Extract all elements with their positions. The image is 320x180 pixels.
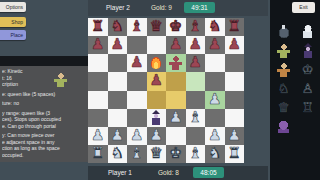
- player1-gold: Gold: 8: [158, 169, 179, 176]
- square-d1[interactable]: ♛: [147, 145, 167, 163]
- red-pawn: ♟: [111, 36, 124, 52]
- white-bishop: ♝: [189, 109, 202, 125]
- white-king: ♚: [169, 145, 182, 161]
- bomb-sprite: [278, 25, 290, 38]
- square-a5[interactable]: [88, 72, 108, 90]
- options-button[interactable]: Options: [0, 2, 26, 12]
- square-h3[interactable]: [225, 109, 245, 127]
- ability-line-4: occupied.: [2, 152, 86, 159]
- white-knight: ♞: [111, 145, 124, 161]
- white-pawn: ♟: [228, 127, 241, 143]
- square-c8[interactable]: ♝: [127, 18, 147, 36]
- square-f8[interactable]: ♝: [186, 18, 206, 36]
- square-h4[interactable]: [225, 91, 245, 109]
- square-c2[interactable]: ♟: [127, 127, 147, 145]
- octopus-icon[interactable]: [276, 119, 291, 134]
- square-b4[interactable]: [108, 91, 128, 109]
- red-pawn: ♟: [130, 54, 143, 70]
- square-e8[interactable]: ♚: [166, 18, 186, 36]
- square-g6[interactable]: [205, 54, 225, 72]
- red-knight: ♞: [111, 18, 124, 34]
- square-f2[interactable]: [186, 127, 206, 145]
- square-d6[interactable]: [147, 54, 167, 72]
- priest-icon[interactable]: [276, 43, 291, 58]
- square-b6[interactable]: [108, 54, 128, 72]
- square-d5[interactable]: ♟: [147, 72, 167, 90]
- square-f7[interactable]: ♟: [186, 36, 206, 54]
- square-d8[interactable]: ♛: [147, 18, 167, 36]
- queen-glyph: ♕: [278, 100, 290, 115]
- square-g7[interactable]: ♟: [205, 36, 225, 54]
- square-b5[interactable]: [108, 72, 128, 90]
- square-c3[interactable]: [127, 109, 147, 127]
- knight-glyph: ♘: [278, 81, 290, 96]
- red-pawn: ♟: [228, 36, 241, 52]
- player2-timer: 49:31: [184, 2, 215, 13]
- square-a6[interactable]: [88, 54, 108, 72]
- white-pawn: ♟: [150, 127, 163, 143]
- priest-sprite: [277, 44, 290, 58]
- move-range-line: e: queen like (5 spaces): [2, 91, 86, 98]
- square-f5[interactable]: [186, 72, 206, 90]
- square-a7[interactable]: ♟: [88, 36, 108, 54]
- square-h7[interactable]: ♟: [225, 36, 245, 54]
- square-b2[interactable]: ♟: [108, 127, 128, 145]
- bomb-icon[interactable]: [276, 24, 291, 39]
- white-queen: ♛: [150, 145, 163, 161]
- white-rook: ♜: [91, 145, 104, 161]
- white-rook: ♜: [228, 145, 241, 161]
- square-e2[interactable]: [166, 127, 186, 145]
- ghost-icon[interactable]: [300, 24, 315, 39]
- square-a8[interactable]: ♜: [88, 18, 108, 36]
- exit-button[interactable]: Exit: [292, 2, 315, 13]
- square-g3[interactable]: [205, 109, 225, 127]
- square-a2[interactable]: ♟: [88, 127, 108, 145]
- witch-icon[interactable]: [300, 43, 315, 58]
- square-h8[interactable]: ♜: [225, 18, 245, 36]
- square-f3[interactable]: ♝: [186, 109, 206, 127]
- square-g2[interactable]: ♟: [205, 127, 225, 145]
- ghost-sprite: [302, 25, 314, 38]
- pawn-icon[interactable]: ♙: [300, 81, 315, 96]
- white-bishop: ♝: [130, 145, 143, 161]
- rook-icon[interactable]: ♖: [300, 100, 315, 115]
- square-h1[interactable]: ♜: [225, 145, 245, 163]
- shop-button[interactable]: Shop: [0, 17, 26, 27]
- fire-piece: [151, 57, 161, 69]
- white-pawn: ♟: [208, 127, 221, 143]
- panel-header: [0, 56, 88, 66]
- white-bishop: ♝: [189, 145, 202, 161]
- white-pawn: ♟: [111, 127, 124, 143]
- player1-label: Player 1: [108, 169, 132, 176]
- pawn-glyph: ♙: [302, 81, 314, 96]
- red-pawn: ♟: [189, 54, 202, 70]
- square-e5[interactable]: [166, 72, 186, 90]
- piece-tray: Exit ♔♘♙♕♖: [270, 0, 320, 180]
- square-e7[interactable]: ♟: [166, 36, 186, 54]
- red-rook: ♜: [228, 18, 241, 34]
- queen-icon[interactable]: ♕: [276, 100, 291, 115]
- warrior-sprite: [277, 63, 290, 77]
- square-h5[interactable]: [225, 72, 245, 90]
- warrior-icon[interactable]: [276, 62, 291, 77]
- square-c5[interactable]: [127, 72, 147, 90]
- square-g1[interactable]: ♞: [205, 145, 225, 163]
- white-pawn: ♟: [208, 91, 221, 107]
- panel-body: e: Kinetic t: 16 cription e: queen like …: [2, 68, 86, 158]
- square-e6[interactable]: [166, 54, 186, 72]
- red-king: ♚: [169, 18, 182, 34]
- red-pawn: ♟: [208, 36, 221, 52]
- player2-label: Player 2: [106, 4, 130, 11]
- square-c7[interactable]: [127, 36, 147, 54]
- player2-gold: Gold: 9: [151, 4, 172, 11]
- octopus-sprite: [277, 120, 290, 133]
- square-g8[interactable]: ♞: [205, 18, 225, 36]
- red-bishop: ♝: [189, 18, 202, 34]
- rook-glyph: ♖: [302, 100, 314, 115]
- board: ♜♞♝♛♚♝♞♜♟♟♟♟♟♟♟♟♟♟♟♝♟♟♟♟♟♟♜♞♝♛♚♝♞♜: [88, 18, 244, 163]
- square-b8[interactable]: ♞: [108, 18, 128, 36]
- square-c4[interactable]: [127, 91, 147, 109]
- square-e3[interactable]: ♟: [166, 109, 186, 127]
- player1-hud: Player 1 Gold: 8 48:05: [88, 166, 268, 180]
- kinetic-piece-icon: [54, 73, 67, 87]
- square-e4[interactable]: [166, 91, 186, 109]
- knight-icon[interactable]: ♘: [276, 81, 291, 96]
- red-pawn: ♟: [150, 72, 163, 88]
- white-pawn: ♟: [130, 127, 143, 143]
- player2-hud: Player 2 Gold: 9 49:31: [88, 0, 268, 16]
- piece-info-panel: e: Kinetic t: 16 cription e: queen like …: [0, 56, 88, 162]
- square-c6[interactable]: ♟: [127, 54, 147, 72]
- square-h6[interactable]: [225, 54, 245, 72]
- game-screen: Options Shop Place e: Kinetic t: 16 crip…: [0, 0, 320, 180]
- square-g5[interactable]: [205, 72, 225, 90]
- square-c1[interactable]: ♝: [127, 145, 147, 163]
- crown-glyph: ♔: [302, 62, 314, 77]
- white-pawn: ♟: [169, 109, 182, 125]
- red-pawn: ♟: [91, 36, 104, 52]
- capture-line: ture: no: [2, 100, 86, 107]
- square-f1[interactable]: ♝: [186, 145, 206, 163]
- fly-range-line-3: e. Can go through portal: [2, 123, 86, 130]
- witch-sprite: [302, 44, 314, 58]
- description-header: cription: [2, 81, 86, 88]
- place-button[interactable]: Place: [0, 30, 26, 40]
- red-knight: ♞: [208, 18, 221, 34]
- square-d7[interactable]: [147, 36, 167, 54]
- square-d4[interactable]: [147, 91, 167, 109]
- golem-piece: [169, 56, 182, 70]
- crown-icon[interactable]: ♔: [300, 62, 315, 77]
- square-b3[interactable]: [108, 109, 128, 127]
- square-a4[interactable]: [88, 91, 108, 109]
- square-g4[interactable]: ♟: [205, 91, 225, 109]
- player1-timer: 48:05: [193, 167, 224, 178]
- square-a3[interactable]: [88, 109, 108, 127]
- square-d2[interactable]: ♟: [147, 127, 167, 145]
- square-h2[interactable]: ♟: [225, 127, 245, 145]
- piece-icons: ♔♘♙♕♖: [276, 24, 315, 134]
- red-queen: ♛: [150, 18, 163, 34]
- square-f6[interactable]: ♟: [186, 54, 206, 72]
- white-knight: ♞: [208, 145, 221, 161]
- white-pawn: ♟: [91, 127, 104, 143]
- square-b1[interactable]: ♞: [108, 145, 128, 163]
- square-f4[interactable]: [186, 91, 206, 109]
- red-pawn: ♟: [169, 36, 182, 52]
- square-a1[interactable]: ♜: [88, 145, 108, 163]
- witch-piece: [150, 111, 162, 125]
- square-d3[interactable]: [147, 109, 167, 127]
- red-bishop: ♝: [130, 18, 143, 34]
- red-rook: ♜: [91, 18, 104, 34]
- red-pawn: ♟: [189, 36, 202, 52]
- square-b7[interactable]: ♟: [108, 36, 128, 54]
- square-e1[interactable]: ♚: [166, 145, 186, 163]
